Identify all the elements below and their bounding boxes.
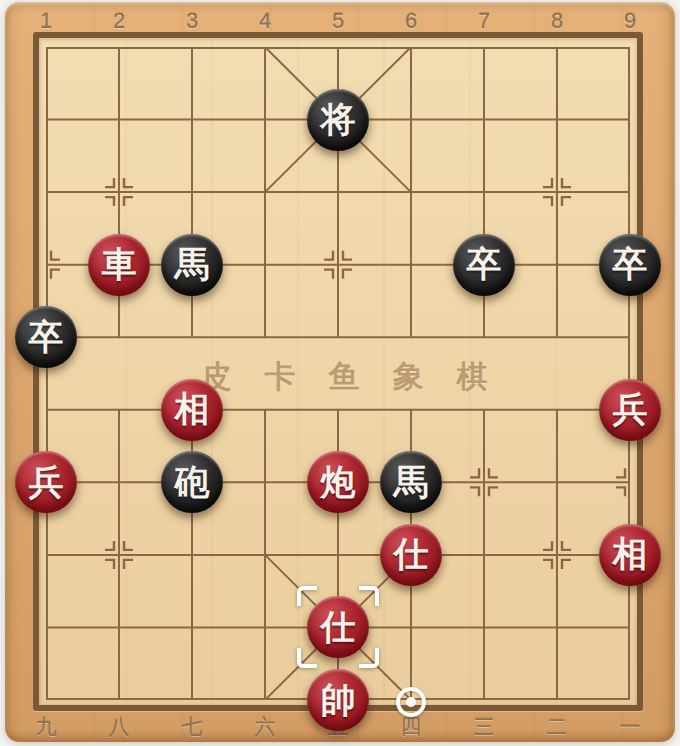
piece-red-cannon[interactable]: 炮: [307, 451, 369, 513]
bottom-label-1: 九: [26, 713, 66, 741]
top-label-4: 4: [245, 8, 285, 34]
river-char: 鱼: [329, 356, 360, 398]
top-label-6: 6: [391, 8, 431, 34]
river-watermark-text: 皮卡鱼象棋: [201, 356, 488, 398]
origin-dot: [406, 697, 416, 707]
piece-black-cannon[interactable]: 砲: [161, 451, 223, 513]
top-label-7: 7: [464, 8, 504, 34]
bottom-label-2: 八: [99, 713, 139, 741]
river-char: 象: [393, 356, 424, 398]
xiangqi-app: 皮卡鱼象棋 123456789 九八七六五四三二一 将車馬卒卒卒相兵兵砲炮馬仕相…: [0, 0, 680, 746]
piece-red-advisor[interactable]: 仕: [380, 524, 442, 586]
river-char: 卡: [265, 356, 296, 398]
bottom-label-6: 四: [391, 713, 431, 741]
top-label-5: 5: [318, 8, 358, 34]
bottom-label-4: 六: [245, 713, 285, 741]
bottom-label-9: 一: [610, 713, 650, 741]
piece-red-soldier[interactable]: 兵: [15, 451, 77, 513]
river-char: 棋: [457, 356, 488, 398]
piece-red-elephant[interactable]: 相: [161, 379, 223, 441]
top-label-8: 8: [537, 8, 577, 34]
piece-black-soldier[interactable]: 卒: [599, 234, 661, 296]
piece-red-advisor[interactable]: 仕: [307, 596, 369, 658]
top-label-3: 3: [172, 8, 212, 34]
piece-red-elephant[interactable]: 相: [599, 524, 661, 586]
top-label-9: 9: [610, 8, 650, 34]
piece-black-soldier[interactable]: 卒: [453, 234, 515, 296]
piece-red-soldier[interactable]: 兵: [599, 379, 661, 441]
piece-red-general[interactable]: 帥: [307, 669, 369, 731]
piece-black-general[interactable]: 将: [307, 89, 369, 151]
bottom-label-3: 七: [172, 713, 212, 741]
top-label-1: 1: [26, 8, 66, 34]
piece-black-horse[interactable]: 馬: [380, 451, 442, 513]
piece-black-horse[interactable]: 馬: [161, 234, 223, 296]
piece-black-soldier[interactable]: 卒: [15, 306, 77, 368]
piece-red-chariot[interactable]: 車: [88, 234, 150, 296]
bottom-label-7: 三: [464, 713, 504, 741]
bottom-label-8: 二: [537, 713, 577, 741]
xiangqi-board: 皮卡鱼象棋 123456789 九八七六五四三二一 将車馬卒卒卒相兵兵砲炮馬仕相…: [5, 2, 675, 742]
last-move-origin-marker: [396, 687, 426, 717]
top-label-2: 2: [99, 8, 139, 34]
